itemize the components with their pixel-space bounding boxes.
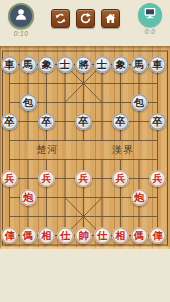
piece-grid[interactable]: 車馬象士將士象馬車包包卒卒卒卒卒兵兵兵兵兵炮炮俥傌相仕帥仕相傌俥 [0,55,167,245]
piece-red-soldier[interactable]: 兵 [149,170,166,187]
piece-red-horse[interactable]: 傌 [131,227,148,244]
piece-black-soldier[interactable]: 卒 [38,113,55,130]
piece-black-chariot[interactable]: 車 [149,56,166,73]
monitor-icon [142,5,158,25]
piece-red-cannon[interactable]: 炮 [131,189,148,206]
piece-red-general[interactable]: 帥 [75,227,92,244]
piece-red-advisor[interactable]: 仕 [57,227,74,244]
piece-red-cannon[interactable]: 炮 [20,189,37,206]
piece-black-elephant[interactable]: 象 [112,56,129,73]
piece-red-horse[interactable]: 傌 [20,227,37,244]
piece-black-elephant[interactable]: 象 [38,56,55,73]
piece-black-soldier[interactable]: 卒 [75,113,92,130]
home-icon [104,12,117,25]
piece-red-elephant[interactable]: 相 [112,227,129,244]
piece-black-general[interactable]: 將 [75,56,92,73]
piece-red-soldier[interactable]: 兵 [112,170,129,187]
piece-black-horse[interactable]: 馬 [20,56,37,73]
piece-black-horse[interactable]: 馬 [131,56,148,73]
piece-black-advisor[interactable]: 士 [57,56,74,73]
piece-black-soldier[interactable]: 卒 [149,113,166,130]
computer-avatar [138,3,162,27]
undo-icon [79,12,92,25]
person-icon [13,6,29,26]
xiangqi-app: 0:10 [0,0,170,302]
computer-score: 0:0 [135,28,165,35]
piece-black-cannon[interactable]: 包 [20,94,37,111]
piece-red-soldier[interactable]: 兵 [75,170,92,187]
swap-sides-button[interactable] [51,9,70,28]
piece-black-cannon[interactable]: 包 [131,94,148,111]
top-toolbar: 0:10 [0,0,170,46]
piece-red-advisor[interactable]: 仕 [94,227,111,244]
player-score: 0:10 [6,30,36,37]
piece-red-elephant[interactable]: 相 [38,227,55,244]
piece-black-chariot[interactable]: 車 [1,56,18,73]
home-button[interactable] [101,9,120,28]
xiangqi-board[interactable]: 楚河 漢界 車馬象士將士象馬車包包卒卒卒卒卒兵兵兵兵兵炮炮俥傌相仕帥仕相傌俥 [0,46,170,249]
player-avatar [8,3,34,29]
piece-red-soldier[interactable]: 兵 [1,170,18,187]
player-panel: 0:10 [6,3,36,37]
piece-red-chariot[interactable]: 俥 [1,227,18,244]
piece-black-soldier[interactable]: 卒 [1,113,18,130]
computer-panel: 0:0 [135,3,165,35]
piece-red-soldier[interactable]: 兵 [38,170,55,187]
toolbar-buttons [51,9,120,28]
piece-black-soldier[interactable]: 卒 [112,113,129,130]
piece-red-chariot[interactable]: 俥 [149,227,166,244]
swap-arrows-icon [54,12,67,25]
piece-black-advisor[interactable]: 士 [94,56,111,73]
undo-button[interactable] [76,9,95,28]
bottom-area [0,249,170,302]
